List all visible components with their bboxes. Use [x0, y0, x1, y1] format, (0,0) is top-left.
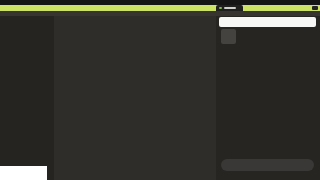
creator-caption — [0, 166, 47, 180]
puzzle-thumbnail — [221, 29, 236, 44]
active-tab-favicon — [219, 7, 222, 10]
panel-footer-bar[interactable] — [221, 159, 314, 171]
puzzle-panel — [216, 16, 320, 180]
tab-overflow-button[interactable] — [312, 6, 318, 11]
chess-board[interactable] — [54, 16, 214, 176]
panel-header — [219, 17, 316, 27]
creator-name — [0, 174, 3, 180]
active-tab-title — [224, 7, 236, 9]
sidebar — [0, 16, 54, 180]
screenshot-root — [0, 0, 320, 180]
